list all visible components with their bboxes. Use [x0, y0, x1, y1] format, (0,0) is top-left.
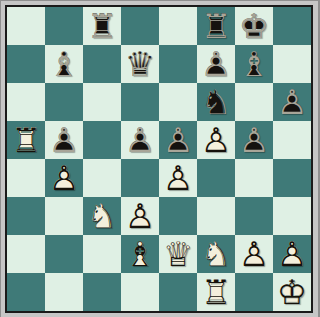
piece-fill-glyph: ♜ — [7, 121, 45, 159]
square-b2[interactable] — [45, 235, 83, 273]
black-bishop-piece: ♝♗ — [235, 45, 273, 83]
piece-outline-glyph: ♙ — [235, 121, 273, 159]
square-f8[interactable]: ♜♖ — [197, 7, 235, 45]
square-h8[interactable] — [273, 7, 311, 45]
square-g8[interactable]: ♚♔ — [235, 7, 273, 45]
black-pawn-piece: ♟♙ — [235, 121, 273, 159]
piece-outline-glyph: ♗ — [121, 235, 159, 273]
black-pawn-piece: ♟♙ — [121, 121, 159, 159]
square-a7[interactable] — [7, 45, 45, 83]
piece-outline-glyph: ♙ — [273, 235, 311, 273]
square-a3[interactable] — [7, 197, 45, 235]
square-e1[interactable] — [159, 273, 197, 311]
white-pawn-piece: ♟♙ — [159, 159, 197, 197]
square-h2[interactable]: ♟♙ — [273, 235, 311, 273]
piece-fill-glyph: ♟ — [235, 121, 273, 159]
square-a6[interactable] — [7, 83, 45, 121]
piece-fill-glyph: ♝ — [121, 235, 159, 273]
square-c3[interactable]: ♞♘ — [83, 197, 121, 235]
piece-fill-glyph: ♟ — [159, 159, 197, 197]
white-pawn-piece: ♟♙ — [273, 235, 311, 273]
piece-outline-glyph: ♙ — [197, 121, 235, 159]
black-pawn-piece: ♟♙ — [273, 83, 311, 121]
square-e7[interactable] — [159, 45, 197, 83]
square-b7[interactable]: ♝♗ — [45, 45, 83, 83]
square-e5[interactable]: ♟♙ — [159, 121, 197, 159]
square-f6[interactable]: ♞♘ — [197, 83, 235, 121]
piece-outline-glyph: ♙ — [197, 45, 235, 83]
square-f7[interactable]: ♟♙ — [197, 45, 235, 83]
white-king-piece: ♚♔ — [273, 273, 311, 311]
square-c8[interactable]: ♜♖ — [83, 7, 121, 45]
square-g3[interactable] — [235, 197, 273, 235]
piece-outline-glyph: ♘ — [83, 197, 121, 235]
chess-board: ♜♖♜♖♚♔♝♗♛♕♟♙♝♗♞♘♟♙♜♖♟♙♟♙♟♙♟♙♟♙♟♙♟♙♞♘♟♙♝♗… — [7, 7, 311, 311]
piece-outline-glyph: ♙ — [45, 159, 83, 197]
white-knight-piece: ♞♘ — [83, 197, 121, 235]
piece-fill-glyph: ♞ — [197, 83, 235, 121]
black-rook-piece: ♜♖ — [197, 7, 235, 45]
black-queen-piece: ♛♕ — [121, 45, 159, 83]
window-edge-left — [0, 0, 1, 317]
square-b4[interactable]: ♟♙ — [45, 159, 83, 197]
white-bishop-piece: ♝♗ — [121, 235, 159, 273]
square-h1[interactable]: ♚♔ — [273, 273, 311, 311]
white-pawn-piece: ♟♙ — [235, 235, 273, 273]
window-edge-top — [0, 0, 320, 1]
piece-outline-glyph: ♗ — [45, 45, 83, 83]
piece-fill-glyph: ♜ — [197, 7, 235, 45]
square-h7[interactable] — [273, 45, 311, 83]
white-knight-piece: ♞♘ — [197, 235, 235, 273]
piece-outline-glyph: ♖ — [83, 7, 121, 45]
square-b6[interactable] — [45, 83, 83, 121]
white-rook-piece: ♜♖ — [197, 273, 235, 311]
square-f2[interactable]: ♞♘ — [197, 235, 235, 273]
piece-outline-glyph: ♔ — [273, 273, 311, 311]
square-f3[interactable] — [197, 197, 235, 235]
piece-fill-glyph: ♜ — [197, 273, 235, 311]
black-pawn-piece: ♟♙ — [159, 121, 197, 159]
piece-outline-glyph: ♖ — [197, 7, 235, 45]
square-c5[interactable] — [83, 121, 121, 159]
piece-outline-glyph: ♙ — [235, 235, 273, 273]
piece-fill-glyph: ♟ — [273, 235, 311, 273]
square-e4[interactable]: ♟♙ — [159, 159, 197, 197]
black-king-piece: ♚♔ — [235, 7, 273, 45]
black-pawn-piece: ♟♙ — [197, 45, 235, 83]
piece-outline-glyph: ♘ — [197, 235, 235, 273]
square-d7[interactable]: ♛♕ — [121, 45, 159, 83]
square-a4[interactable] — [7, 159, 45, 197]
square-g6[interactable] — [235, 83, 273, 121]
piece-fill-glyph: ♜ — [83, 7, 121, 45]
white-pawn-piece: ♟♙ — [197, 121, 235, 159]
piece-outline-glyph: ♙ — [159, 159, 197, 197]
black-rook-piece: ♜♖ — [83, 7, 121, 45]
piece-fill-glyph: ♟ — [121, 121, 159, 159]
piece-outline-glyph: ♙ — [45, 121, 83, 159]
square-e8[interactable] — [159, 7, 197, 45]
square-b5[interactable]: ♟♙ — [45, 121, 83, 159]
square-e3[interactable] — [159, 197, 197, 235]
board-frame: ♜♖♜♖♚♔♝♗♛♕♟♙♝♗♞♘♟♙♜♖♟♙♟♙♟♙♟♙♟♙♟♙♟♙♞♘♟♙♝♗… — [5, 5, 313, 313]
white-queen-piece: ♛♕ — [159, 235, 197, 273]
square-b8[interactable] — [45, 7, 83, 45]
piece-outline-glyph: ♙ — [121, 121, 159, 159]
piece-fill-glyph: ♟ — [159, 121, 197, 159]
square-d5[interactable]: ♟♙ — [121, 121, 159, 159]
piece-outline-glyph: ♗ — [235, 45, 273, 83]
square-d8[interactable] — [121, 7, 159, 45]
square-d1[interactable] — [121, 273, 159, 311]
piece-outline-glyph: ♕ — [159, 235, 197, 273]
square-g7[interactable]: ♝♗ — [235, 45, 273, 83]
piece-outline-glyph: ♙ — [121, 197, 159, 235]
piece-outline-glyph: ♙ — [273, 83, 311, 121]
piece-outline-glyph: ♖ — [7, 121, 45, 159]
black-pawn-piece: ♟♙ — [45, 121, 83, 159]
square-h6[interactable]: ♟♙ — [273, 83, 311, 121]
square-f4[interactable] — [197, 159, 235, 197]
piece-outline-glyph: ♙ — [159, 121, 197, 159]
white-rook-piece: ♜♖ — [7, 121, 45, 159]
piece-fill-glyph: ♟ — [45, 159, 83, 197]
square-f1[interactable]: ♜♖ — [197, 273, 235, 311]
piece-outline-glyph: ♔ — [235, 7, 273, 45]
black-bishop-piece: ♝♗ — [45, 45, 83, 83]
square-g2[interactable]: ♟♙ — [235, 235, 273, 273]
piece-fill-glyph: ♟ — [197, 121, 235, 159]
square-a2[interactable] — [7, 235, 45, 273]
square-d2[interactable]: ♝♗ — [121, 235, 159, 273]
piece-outline-glyph: ♕ — [121, 45, 159, 83]
square-h5[interactable] — [273, 121, 311, 159]
chess-window: ♜♖♜♖♚♔♝♗♛♕♟♙♝♗♞♘♟♙♜♖♟♙♟♙♟♙♟♙♟♙♟♙♟♙♞♘♟♙♝♗… — [0, 0, 320, 317]
square-d4[interactable] — [121, 159, 159, 197]
square-a5[interactable]: ♜♖ — [7, 121, 45, 159]
square-g5[interactable]: ♟♙ — [235, 121, 273, 159]
piece-fill-glyph: ♚ — [235, 7, 273, 45]
piece-fill-glyph: ♟ — [235, 235, 273, 273]
piece-fill-glyph: ♟ — [45, 121, 83, 159]
piece-fill-glyph: ♚ — [273, 273, 311, 311]
square-h3[interactable] — [273, 197, 311, 235]
square-c1[interactable] — [83, 273, 121, 311]
piece-fill-glyph: ♝ — [45, 45, 83, 83]
square-d3[interactable]: ♟♙ — [121, 197, 159, 235]
piece-fill-glyph: ♟ — [197, 45, 235, 83]
square-f5[interactable]: ♟♙ — [197, 121, 235, 159]
white-pawn-piece: ♟♙ — [45, 159, 83, 197]
piece-outline-glyph: ♖ — [197, 273, 235, 311]
white-pawn-piece: ♟♙ — [121, 197, 159, 235]
piece-fill-glyph: ♝ — [235, 45, 273, 83]
square-h4[interactable] — [273, 159, 311, 197]
piece-fill-glyph: ♞ — [83, 197, 121, 235]
square-c7[interactable] — [83, 45, 121, 83]
square-c4[interactable] — [83, 159, 121, 197]
square-g1[interactable] — [235, 273, 273, 311]
square-e6[interactable] — [159, 83, 197, 121]
square-g4[interactable] — [235, 159, 273, 197]
piece-fill-glyph: ♛ — [121, 45, 159, 83]
square-a8[interactable] — [7, 7, 45, 45]
square-c6[interactable] — [83, 83, 121, 121]
square-b3[interactable] — [45, 197, 83, 235]
square-c2[interactable] — [83, 235, 121, 273]
square-e2[interactable]: ♛♕ — [159, 235, 197, 273]
piece-outline-glyph: ♘ — [197, 83, 235, 121]
square-a1[interactable] — [7, 273, 45, 311]
piece-fill-glyph: ♟ — [121, 197, 159, 235]
piece-fill-glyph: ♛ — [159, 235, 197, 273]
square-d6[interactable] — [121, 83, 159, 121]
black-knight-piece: ♞♘ — [197, 83, 235, 121]
piece-fill-glyph: ♞ — [197, 235, 235, 273]
square-b1[interactable] — [45, 273, 83, 311]
piece-fill-glyph: ♟ — [273, 83, 311, 121]
